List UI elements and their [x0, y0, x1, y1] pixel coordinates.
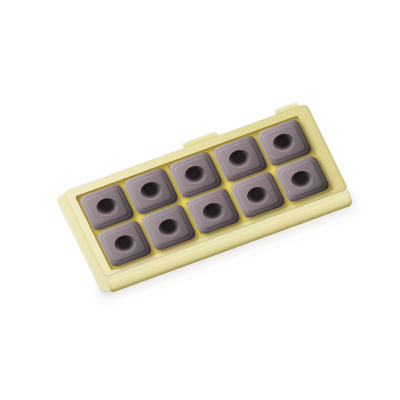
insert-hole: [244, 184, 271, 207]
insert-hole: [200, 200, 227, 223]
insert-box: [64, 104, 348, 278]
insert-hole: [111, 232, 138, 255]
insert-hole: [226, 147, 253, 170]
insert-hole: [155, 216, 182, 239]
insert-hole: [288, 168, 315, 191]
photo-canvas: [0, 0, 400, 400]
insert-hole: [93, 196, 120, 219]
insert-hole: [271, 131, 298, 154]
insert-hole: [182, 163, 209, 186]
insert-hole: [138, 180, 165, 203]
